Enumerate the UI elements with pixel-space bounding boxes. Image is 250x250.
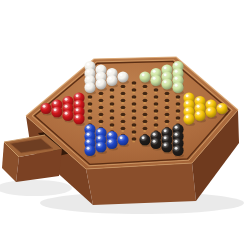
hole-glint [154, 106, 157, 108]
board-hole[interactable] [88, 116, 93, 119]
board-hole[interactable] [132, 88, 137, 91]
hole-glint [176, 106, 179, 108]
hole-glint [165, 102, 168, 104]
hole-glint [88, 120, 91, 122]
marble-highlight [98, 129, 101, 132]
hole-glint [154, 113, 157, 115]
hole-glint [110, 120, 113, 122]
marble-sphere [172, 82, 183, 93]
marble-highlight [87, 147, 90, 150]
marble-sphere [139, 71, 150, 82]
board-hole[interactable] [132, 95, 137, 98]
marble-highlight [175, 126, 178, 129]
hole-glint [143, 109, 146, 111]
hole-glint [143, 102, 146, 104]
board-hole[interactable] [154, 123, 159, 126]
hole-glint [99, 116, 102, 118]
board-hole[interactable] [143, 99, 148, 102]
marble-highlight [153, 133, 156, 136]
marble-highlight [120, 73, 123, 76]
hole-glint [176, 120, 179, 122]
marble-sphere [194, 110, 205, 121]
marble-highlight [197, 112, 200, 115]
board-hole[interactable] [132, 102, 137, 105]
marble-highlight [175, 140, 178, 143]
marble-sphere [84, 82, 95, 93]
hole-glint [121, 123, 124, 125]
marble-highlight [175, 63, 178, 66]
hole-glint [165, 95, 168, 97]
board-hole[interactable] [132, 109, 137, 112]
marble-highlight [76, 94, 79, 97]
marble-highlight [76, 108, 79, 111]
hole-glint [132, 99, 135, 101]
marble-highlight [175, 77, 178, 80]
marble-highlight [87, 126, 90, 129]
marble-highlight [186, 115, 189, 118]
hole-glint [110, 92, 113, 94]
board-hole[interactable] [143, 127, 148, 130]
board-hole[interactable] [99, 99, 104, 102]
hole-glint [132, 120, 135, 122]
marble-highlight [175, 70, 178, 73]
hole-glint [176, 113, 179, 115]
marble-sphere [62, 110, 73, 121]
hole-glint [121, 130, 124, 132]
board-hole[interactable] [143, 120, 148, 123]
board-hole[interactable] [121, 106, 126, 109]
marble-highlight [153, 70, 156, 73]
marble-highlight [65, 112, 68, 115]
marble-highlight [208, 101, 211, 104]
marble-highlight [186, 101, 189, 104]
hole-glint [99, 123, 102, 125]
marble-highlight [142, 73, 145, 76]
marble-highlight [54, 101, 57, 104]
marble-highlight [164, 66, 167, 69]
board-hole[interactable] [176, 95, 181, 98]
marble-highlight [164, 73, 167, 76]
hole-glint [132, 106, 135, 108]
board-hole[interactable] [165, 113, 170, 116]
photo-scene [0, 0, 250, 250]
marble-highlight [109, 133, 112, 136]
marble-highlight [98, 66, 101, 69]
marble-highlight [43, 105, 46, 108]
marble-highlight [65, 105, 68, 108]
board-hole[interactable] [143, 106, 148, 109]
marble-highlight [186, 108, 189, 111]
board-hole[interactable] [110, 109, 115, 112]
board-hole[interactable] [154, 95, 159, 98]
board-hole[interactable] [110, 116, 115, 119]
hole-glint [165, 109, 168, 111]
board-hole[interactable] [165, 99, 170, 102]
marble-highlight [98, 80, 101, 83]
marble-highlight [175, 133, 178, 136]
board-hole[interactable] [176, 109, 181, 112]
hole-glint [132, 134, 135, 136]
marble-sphere [106, 138, 117, 149]
hole-glint [121, 88, 124, 90]
marble-highlight [208, 108, 211, 111]
hole-glint [121, 109, 124, 111]
marble-highlight [164, 143, 167, 146]
marble-sphere [106, 75, 117, 86]
hole-glint [121, 95, 124, 97]
marble-highlight [164, 80, 167, 83]
hole-glint [110, 99, 113, 101]
marble-highlight [109, 140, 112, 143]
marble-sphere [139, 134, 150, 145]
hole-glint [99, 102, 102, 104]
board-hole[interactable] [88, 102, 93, 105]
marble-highlight [175, 147, 178, 150]
hole-glint [132, 141, 135, 143]
hole-glint [132, 85, 135, 87]
marble-highlight [76, 101, 79, 104]
marble-sphere [216, 103, 227, 114]
board-hole[interactable] [132, 130, 137, 133]
hole-glint [154, 120, 157, 122]
marble-sphere [51, 106, 62, 117]
marble-sphere [150, 75, 161, 86]
marble-highlight [109, 70, 112, 73]
board-hole[interactable] [132, 116, 137, 119]
hole-glint [110, 127, 113, 129]
board-hole[interactable] [88, 95, 93, 98]
hole-glint [88, 113, 91, 115]
marble-sphere [84, 145, 95, 156]
marble-sphere [95, 141, 106, 152]
marble-highlight [87, 63, 90, 66]
board-hole[interactable] [154, 88, 159, 91]
hole-glint [154, 92, 157, 94]
marble-highlight [175, 84, 178, 87]
hole-glint [88, 99, 91, 101]
board-hole[interactable] [143, 113, 148, 116]
marble-sphere [161, 141, 172, 152]
hole-glint [165, 116, 168, 118]
marble-sphere [205, 106, 216, 117]
marble-highlight [142, 136, 145, 139]
board-hole[interactable] [88, 109, 93, 112]
board-hole[interactable] [132, 137, 137, 140]
board-hole[interactable] [176, 102, 181, 105]
board-hole[interactable] [132, 123, 137, 126]
marble-highlight [98, 73, 101, 76]
board-hole[interactable] [143, 85, 148, 88]
board-hole[interactable] [99, 92, 104, 95]
board-hole[interactable] [121, 85, 126, 88]
hole-glint [88, 106, 91, 108]
marble-sphere [95, 78, 106, 89]
marble-sphere [117, 134, 128, 145]
hole-glint [176, 99, 179, 101]
board-hole[interactable] [143, 92, 148, 95]
drawer-ground-shadow [0, 180, 72, 196]
storage-drawer[interactable] [2, 135, 62, 182]
marble-highlight [186, 94, 189, 97]
marble-highlight [109, 77, 112, 80]
marble-highlight [76, 115, 79, 118]
board-hole[interactable] [121, 92, 126, 95]
hole-glint [154, 127, 157, 129]
hole-glint [143, 130, 146, 132]
hole-glint [132, 127, 135, 129]
board-hole[interactable] [121, 127, 126, 130]
marble-highlight [87, 133, 90, 136]
hole-glint [99, 109, 102, 111]
board-hole[interactable] [165, 120, 170, 123]
board-hole[interactable] [165, 106, 170, 109]
marble-sphere [161, 78, 172, 89]
marble-highlight [87, 70, 90, 73]
marble-sphere [172, 145, 183, 156]
board-hole[interactable] [132, 81, 137, 84]
marble-highlight [65, 98, 68, 101]
board-hole[interactable] [176, 116, 181, 119]
hole-glint [132, 113, 135, 115]
marble-highlight [87, 140, 90, 143]
board-hole[interactable] [154, 116, 159, 119]
marble-highlight [164, 136, 167, 139]
marble-sphere [117, 71, 128, 82]
hole-glint [143, 116, 146, 118]
hole-glint [154, 99, 157, 101]
marble-highlight [120, 136, 123, 139]
marble-highlight [54, 108, 57, 111]
hole-glint [165, 123, 168, 125]
chinese-checkers-board [0, 0, 250, 250]
hole-glint [121, 116, 124, 118]
board-hole[interactable] [110, 123, 115, 126]
marble-highlight [164, 129, 167, 132]
board-hole[interactable] [99, 120, 104, 123]
board-hole[interactable] [121, 99, 126, 102]
board-hole[interactable] [154, 102, 159, 105]
hole-glint [99, 95, 102, 97]
board-hole[interactable] [99, 106, 104, 109]
marble-sphere [183, 113, 194, 124]
board-hole[interactable] [110, 102, 115, 105]
marble-highlight [153, 140, 156, 143]
hole-glint [143, 95, 146, 97]
board-hole[interactable] [165, 92, 170, 95]
marble-highlight [197, 105, 200, 108]
board-hole[interactable] [154, 109, 159, 112]
hole-glint [110, 113, 113, 115]
board-side-front [86, 163, 196, 205]
marble-highlight [87, 84, 90, 87]
marble-highlight [197, 98, 200, 101]
hole-glint [143, 88, 146, 90]
marble-sphere [150, 138, 161, 149]
hole-glint [143, 123, 146, 125]
marble-sphere [40, 103, 51, 114]
marble-highlight [87, 77, 90, 80]
board-hole[interactable] [121, 113, 126, 116]
marble-highlight [98, 143, 101, 146]
hole-glint [110, 106, 113, 108]
marble-highlight [219, 105, 222, 108]
board-hole[interactable] [110, 95, 115, 98]
marble-highlight [153, 77, 156, 80]
hole-glint [132, 92, 135, 94]
board-hole[interactable] [121, 120, 126, 123]
board-hole[interactable] [99, 113, 104, 116]
hole-glint [121, 102, 124, 104]
marble-sphere [73, 113, 84, 124]
marble-highlight [98, 136, 101, 139]
board-hole[interactable] [110, 88, 115, 91]
